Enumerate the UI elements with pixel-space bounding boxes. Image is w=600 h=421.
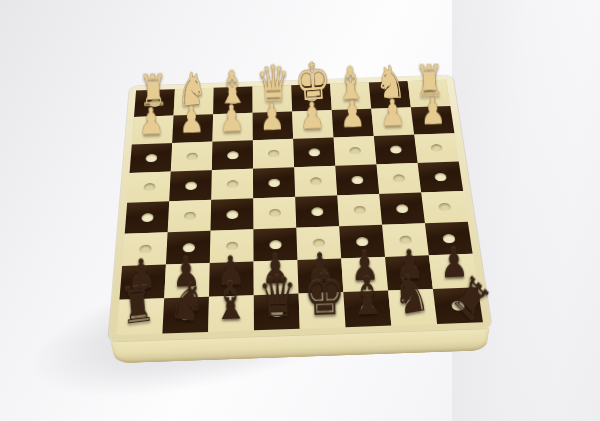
square-f4[interactable] xyxy=(335,164,379,195)
square-b3[interactable] xyxy=(171,142,213,172)
peg-hole-a5 xyxy=(141,213,154,222)
piece-white-pawn-g2[interactable]: ♟ xyxy=(377,94,410,132)
piece-white-pawn-h2[interactable]: ♟ xyxy=(417,93,450,131)
peg-hole-f3 xyxy=(349,147,361,155)
peg-hole-h5 xyxy=(438,202,451,211)
square-d4[interactable] xyxy=(253,167,295,198)
square-f8[interactable]: ♝ xyxy=(343,290,391,327)
piece-white-pawn-d2[interactable]: ♟ xyxy=(256,99,289,137)
square-g3[interactable] xyxy=(374,135,418,165)
square-e8[interactable]: ♚ xyxy=(299,292,346,329)
square-e3[interactable] xyxy=(293,137,335,167)
square-f3[interactable] xyxy=(333,136,376,166)
square-h8[interactable]: ♜ xyxy=(433,287,483,324)
peg-hole-g4 xyxy=(392,174,405,183)
photo-stage: ♜♞♝♛♚♝♞♜♟♟♟♟♟♟♟♟♟♟♟♟♟♟♟♟♜♞♝♛♚♝♞♜ xyxy=(0,0,600,421)
square-f5[interactable] xyxy=(337,194,382,226)
square-a2[interactable]: ♟ xyxy=(132,116,174,145)
square-a4[interactable] xyxy=(127,172,171,203)
square-b4[interactable] xyxy=(169,170,212,201)
peg-hole-b3 xyxy=(186,152,198,160)
square-d8[interactable]: ♛ xyxy=(254,294,300,331)
piece-dark-knight-g8[interactable]: ♞ xyxy=(390,266,431,323)
piece-dark-rook-a8[interactable]: ♜ xyxy=(118,278,158,332)
square-d3[interactable] xyxy=(253,139,294,169)
square-h3[interactable] xyxy=(414,133,459,163)
peg-hole-e5 xyxy=(311,207,323,216)
peg-hole-c5 xyxy=(226,210,238,219)
peg-hole-a3 xyxy=(145,154,157,162)
square-h5[interactable] xyxy=(421,191,468,223)
square-h2[interactable]: ♟ xyxy=(411,106,455,135)
peg-hole-e4 xyxy=(309,177,321,186)
piece-dark-king-e8[interactable]: ♚ xyxy=(303,263,341,324)
peg-hole-d3 xyxy=(267,149,279,157)
square-b8[interactable]: ♞ xyxy=(162,297,209,334)
chessboard-scene: ♜♞♝♛♚♝♞♜♟♟♟♟♟♟♟♟♟♟♟♟♟♟♟♟♜♞♝♛♚♝♞♜ xyxy=(108,0,492,335)
square-f2[interactable]: ♟ xyxy=(332,109,374,138)
peg-hole-b4 xyxy=(185,181,197,190)
board-grid: ♜♞♝♛♚♝♞♜♟♟♟♟♟♟♟♟♟♟♟♟♟♟♟♟♜♞♝♛♚♝♞♜ xyxy=(117,80,483,335)
square-c4[interactable] xyxy=(211,169,253,200)
peg-hole-h3 xyxy=(430,144,443,152)
square-g4[interactable] xyxy=(376,163,421,194)
piece-white-pawn-f2[interactable]: ♟ xyxy=(336,96,369,134)
square-d5[interactable] xyxy=(253,197,296,229)
peg-hole-b5 xyxy=(183,211,195,220)
square-b2[interactable]: ♟ xyxy=(172,114,213,143)
piece-white-pawn-e2[interactable]: ♟ xyxy=(296,97,329,135)
square-g8[interactable]: ♞ xyxy=(388,289,437,326)
peg-hole-g5 xyxy=(395,204,408,213)
square-c2[interactable]: ♟ xyxy=(212,113,252,142)
square-d2[interactable]: ♟ xyxy=(253,111,293,140)
travel-chess-board: ♜♞♝♛♚♝♞♜♟♟♟♟♟♟♟♟♟♟♟♟♟♟♟♟♜♞♝♛♚♝♞♜ xyxy=(108,75,492,342)
square-e5[interactable] xyxy=(295,195,339,227)
square-h4[interactable] xyxy=(418,161,464,192)
piece-dark-bishop-f8[interactable]: ♝ xyxy=(348,269,385,322)
square-a8[interactable]: ♜ xyxy=(117,298,165,335)
peg-hole-c3 xyxy=(227,151,239,159)
square-b5[interactable] xyxy=(168,200,212,232)
square-g5[interactable] xyxy=(379,192,425,224)
peg-hole-a4 xyxy=(143,183,155,192)
piece-dark-queen-d8[interactable]: ♛ xyxy=(257,268,295,326)
piece-white-pawn-c2[interactable]: ♟ xyxy=(216,100,249,138)
piece-dark-bishop-c8[interactable]: ♝ xyxy=(212,274,249,327)
square-e2[interactable]: ♟ xyxy=(292,110,333,139)
peg-hole-d5 xyxy=(268,208,280,217)
peg-hole-g3 xyxy=(389,145,401,153)
square-c8[interactable]: ♝ xyxy=(208,295,254,332)
square-e4[interactable] xyxy=(294,166,337,197)
square-c5[interactable] xyxy=(210,198,253,230)
piece-dark-knight-b8[interactable]: ♞ xyxy=(168,274,208,331)
square-c3[interactable] xyxy=(212,140,253,170)
piece-white-pawn-b2[interactable]: ♟ xyxy=(175,101,208,139)
peg-hole-f5 xyxy=(353,205,366,214)
square-a5[interactable] xyxy=(125,201,169,233)
peg-hole-d4 xyxy=(268,178,280,187)
piece-white-pawn-a2[interactable]: ♟ xyxy=(135,103,168,141)
square-g2[interactable]: ♟ xyxy=(371,107,414,136)
peg-hole-h4 xyxy=(434,172,447,181)
peg-hole-e3 xyxy=(308,148,320,156)
peg-hole-f4 xyxy=(351,175,363,184)
peg-hole-c4 xyxy=(226,180,238,189)
square-a3[interactable] xyxy=(130,143,173,173)
